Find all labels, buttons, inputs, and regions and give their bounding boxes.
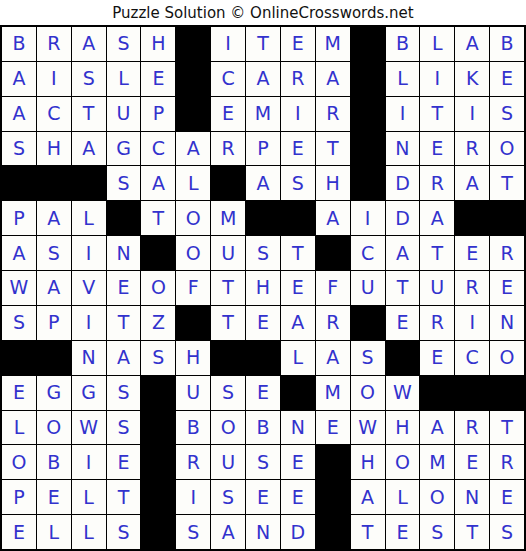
black-cell-r5-c2 xyxy=(37,166,71,200)
black-cell-r1-c6 xyxy=(176,27,210,61)
letter-cell-r1-c10: M xyxy=(316,27,350,61)
black-cell-r13-c10 xyxy=(316,445,350,479)
letter-cell-r14-c14: N xyxy=(455,480,489,514)
letter-cell-r13-c6: R xyxy=(176,445,210,479)
letter-cell-r3-c9: I xyxy=(281,97,315,131)
letter-cell-r1-c12: B xyxy=(386,27,420,61)
letter-cell-r14-c11: A xyxy=(351,480,385,514)
letter-cell-r4-c6: A xyxy=(176,132,210,166)
letter-cell-r3-c8: M xyxy=(246,97,280,131)
letter-cell-r13-c2: B xyxy=(37,445,71,479)
letter-cell-r3-c3: T xyxy=(72,97,106,131)
letter-cell-r8-c15: E xyxy=(490,271,524,305)
letter-cell-r11-c7: S xyxy=(211,376,245,410)
letter-cell-r7-c6: O xyxy=(176,236,210,270)
black-cell-r10-c12 xyxy=(386,341,420,375)
letter-cell-r3-c5: P xyxy=(141,97,175,131)
black-cell-r5-c7 xyxy=(211,166,245,200)
letter-cell-r7-c13: T xyxy=(420,236,454,270)
black-cell-r6-c8 xyxy=(246,201,280,235)
letter-cell-r4-c13: E xyxy=(420,132,454,166)
letter-cell-r3-c7: E xyxy=(211,97,245,131)
letter-cell-r1-c8: T xyxy=(246,27,280,61)
letter-cell-r2-c1: A xyxy=(2,62,36,96)
black-cell-r4-c11 xyxy=(351,132,385,166)
letter-cell-r15-c2: L xyxy=(37,515,71,549)
letter-cell-r8-c7: T xyxy=(211,271,245,305)
letter-cell-r2-c8: A xyxy=(246,62,280,96)
letter-cell-r10-c6: H xyxy=(176,341,210,375)
letter-cell-r5-c5: A xyxy=(141,166,175,200)
letter-cell-r12-c3: W xyxy=(72,411,106,445)
letter-cell-r7-c9: T xyxy=(281,236,315,270)
letter-cell-r7-c7: U xyxy=(211,236,245,270)
letter-cell-r15-c15: S xyxy=(490,515,524,549)
letter-cell-r9-c7: T xyxy=(211,306,245,340)
black-cell-r6-c9 xyxy=(281,201,315,235)
letter-cell-r9-c8: E xyxy=(246,306,280,340)
letter-cell-r5-c9: S xyxy=(281,166,315,200)
black-cell-r6-c15 xyxy=(490,201,524,235)
letter-cell-r14-c9: E xyxy=(281,480,315,514)
letter-cell-r4-c8: P xyxy=(246,132,280,166)
letter-cell-r2-c12: L xyxy=(386,62,420,96)
letter-cell-r11-c4: S xyxy=(107,376,141,410)
letter-cell-r10-c11: S xyxy=(351,341,385,375)
crossword-grid: BRASHITEMBLABAISLECARALIKEACTUPEMIRITISS… xyxy=(0,25,526,551)
black-cell-r10-c2 xyxy=(37,341,71,375)
letter-cell-r4-c5: C xyxy=(141,132,175,166)
letter-cell-r15-c6: S xyxy=(176,515,210,549)
letter-cell-r4-c15: O xyxy=(490,132,524,166)
letter-cell-r11-c6: U xyxy=(176,376,210,410)
letter-cell-r4-c2: H xyxy=(37,132,71,166)
letter-cell-r13-c4: E xyxy=(107,445,141,479)
letter-cell-r15-c3: L xyxy=(72,515,106,549)
letter-cell-r6-c6: O xyxy=(176,201,210,235)
letter-cell-r5-c8: A xyxy=(246,166,280,200)
letter-cell-r12-c13: A xyxy=(420,411,454,445)
letter-cell-r6-c7: M xyxy=(211,201,245,235)
letter-cell-r13-c11: H xyxy=(351,445,385,479)
black-cell-r7-c10 xyxy=(316,236,350,270)
letter-cell-r3-c10: R xyxy=(316,97,350,131)
letter-cell-r11-c10: M xyxy=(316,376,350,410)
black-cell-r2-c6 xyxy=(176,62,210,96)
letter-cell-r3-c15: S xyxy=(490,97,524,131)
black-cell-r1-c11 xyxy=(351,27,385,61)
letter-cell-r10-c10: A xyxy=(316,341,350,375)
letter-cell-r9-c13: R xyxy=(420,306,454,340)
letter-cell-r11-c1: E xyxy=(2,376,36,410)
letter-cell-r6-c1: P xyxy=(2,201,36,235)
letter-cell-r7-c1: A xyxy=(2,236,36,270)
letter-cell-r8-c10: F xyxy=(316,271,350,305)
letter-cell-r8-c12: T xyxy=(386,271,420,305)
letter-cell-r2-c5: E xyxy=(141,62,175,96)
letter-cell-r15-c9: D xyxy=(281,515,315,549)
letter-cell-r13-c14: E xyxy=(455,445,489,479)
letter-cell-r11-c3: G xyxy=(72,376,106,410)
letter-cell-r8-c2: A xyxy=(37,271,71,305)
letter-cell-r8-c5: O xyxy=(141,271,175,305)
letter-cell-r5-c10: H xyxy=(316,166,350,200)
black-cell-r12-c5 xyxy=(141,411,175,445)
letter-cell-r12-c6: B xyxy=(176,411,210,445)
letter-cell-r10-c13: E xyxy=(420,341,454,375)
letter-cell-r1-c5: H xyxy=(141,27,175,61)
letter-cell-r9-c12: E xyxy=(386,306,420,340)
letter-cell-r15-c12: E xyxy=(386,515,420,549)
letter-cell-r6-c3: L xyxy=(72,201,106,235)
letter-cell-r14-c2: E xyxy=(37,480,71,514)
letter-cell-r11-c8: E xyxy=(246,376,280,410)
letter-cell-r14-c3: L xyxy=(72,480,106,514)
letter-cell-r8-c1: W xyxy=(2,271,36,305)
letter-cell-r9-c10: R xyxy=(316,306,350,340)
letter-cell-r14-c12: L xyxy=(386,480,420,514)
letter-cell-r15-c4: S xyxy=(107,515,141,549)
letter-cell-r13-c9: E xyxy=(281,445,315,479)
letter-cell-r12-c9: N xyxy=(281,411,315,445)
letter-cell-r12-c14: R xyxy=(455,411,489,445)
black-cell-r11-c15 xyxy=(490,376,524,410)
black-cell-r9-c11 xyxy=(351,306,385,340)
letter-cell-r14-c13: O xyxy=(420,480,454,514)
letter-cell-r6-c11: I xyxy=(351,201,385,235)
black-cell-r9-c6 xyxy=(176,306,210,340)
letter-cell-r12-c1: L xyxy=(2,411,36,445)
letter-cell-r15-c8: N xyxy=(246,515,280,549)
letter-cell-r2-c14: K xyxy=(455,62,489,96)
letter-cell-r13-c12: O xyxy=(386,445,420,479)
letter-cell-r4-c1: S xyxy=(2,132,36,166)
letter-cell-r15-c7: A xyxy=(211,515,245,549)
letter-cell-r9-c5: Z xyxy=(141,306,175,340)
letter-cell-r8-c9: E xyxy=(281,271,315,305)
letter-cell-r13-c15: R xyxy=(490,445,524,479)
letter-cell-r14-c6: I xyxy=(176,480,210,514)
letter-cell-r10-c3: N xyxy=(72,341,106,375)
black-cell-r10-c1 xyxy=(2,341,36,375)
letter-cell-r12-c10: E xyxy=(316,411,350,445)
black-cell-r5-c1 xyxy=(2,166,36,200)
letter-cell-r2-c4: L xyxy=(107,62,141,96)
letter-cell-r10-c5: S xyxy=(141,341,175,375)
letter-cell-r13-c8: S xyxy=(246,445,280,479)
black-cell-r15-c5 xyxy=(141,515,175,549)
letter-cell-r8-c11: U xyxy=(351,271,385,305)
letter-cell-r13-c7: U xyxy=(211,445,245,479)
letter-cell-r5-c15: T xyxy=(490,166,524,200)
letter-cell-r4-c4: G xyxy=(107,132,141,166)
letter-cell-r9-c14: I xyxy=(455,306,489,340)
black-cell-r6-c14 xyxy=(455,201,489,235)
letter-cell-r9-c2: P xyxy=(37,306,71,340)
letter-cell-r1-c2: R xyxy=(37,27,71,61)
puzzle-solution-page: Puzzle Solution © OnlineCrosswords.net B… xyxy=(0,0,526,551)
letter-cell-r9-c1: S xyxy=(2,306,36,340)
letter-cell-r2-c3: S xyxy=(72,62,106,96)
letter-cell-r5-c4: S xyxy=(107,166,141,200)
letter-cell-r10-c15: O xyxy=(490,341,524,375)
letter-cell-r2-c13: I xyxy=(420,62,454,96)
letter-cell-r1-c3: A xyxy=(72,27,106,61)
letter-cell-r8-c3: V xyxy=(72,271,106,305)
black-cell-r2-c11 xyxy=(351,62,385,96)
letter-cell-r8-c6: F xyxy=(176,271,210,305)
letter-cell-r6-c5: T xyxy=(141,201,175,235)
letter-cell-r3-c1: A xyxy=(2,97,36,131)
letter-cell-r10-c4: A xyxy=(107,341,141,375)
letter-cell-r6-c12: D xyxy=(386,201,420,235)
letter-cell-r12-c8: B xyxy=(246,411,280,445)
letter-cell-r9-c4: T xyxy=(107,306,141,340)
letter-cell-r8-c13: U xyxy=(420,271,454,305)
letter-cell-r5-c6: L xyxy=(176,166,210,200)
letter-cell-r2-c2: I xyxy=(37,62,71,96)
letter-cell-r7-c3: I xyxy=(72,236,106,270)
letter-cell-r12-c12: H xyxy=(386,411,420,445)
page-title: Puzzle Solution © OnlineCrosswords.net xyxy=(0,0,526,25)
letter-cell-r12-c11: W xyxy=(351,411,385,445)
letter-cell-r11-c12: W xyxy=(386,376,420,410)
letter-cell-r12-c7: O xyxy=(211,411,245,445)
letter-cell-r13-c1: O xyxy=(2,445,36,479)
letter-cell-r14-c7: S xyxy=(211,480,245,514)
letter-cell-r8-c8: H xyxy=(246,271,280,305)
letter-cell-r3-c4: U xyxy=(107,97,141,131)
letter-cell-r9-c3: I xyxy=(72,306,106,340)
letter-cell-r4-c9: E xyxy=(281,132,315,166)
letter-cell-r6-c13: A xyxy=(420,201,454,235)
black-cell-r14-c5 xyxy=(141,480,175,514)
letter-cell-r7-c8: S xyxy=(246,236,280,270)
letter-cell-r1-c15: B xyxy=(490,27,524,61)
letter-cell-r14-c4: T xyxy=(107,480,141,514)
letter-cell-r12-c4: S xyxy=(107,411,141,445)
letter-cell-r1-c9: E xyxy=(281,27,315,61)
letter-cell-r1-c13: L xyxy=(420,27,454,61)
black-cell-r5-c3 xyxy=(72,166,106,200)
letter-cell-r6-c2: A xyxy=(37,201,71,235)
letter-cell-r2-c15: E xyxy=(490,62,524,96)
letter-cell-r6-c10: A xyxy=(316,201,350,235)
black-cell-r5-c11 xyxy=(351,166,385,200)
letter-cell-r15-c13: S xyxy=(420,515,454,549)
letter-cell-r12-c15: T xyxy=(490,411,524,445)
letter-cell-r11-c11: O xyxy=(351,376,385,410)
letter-cell-r1-c14: A xyxy=(455,27,489,61)
letter-cell-r5-c13: R xyxy=(420,166,454,200)
letter-cell-r7-c2: S xyxy=(37,236,71,270)
letter-cell-r14-c15: E xyxy=(490,480,524,514)
letter-cell-r3-c13: T xyxy=(420,97,454,131)
letter-cell-r3-c2: C xyxy=(37,97,71,131)
letter-cell-r10-c9: L xyxy=(281,341,315,375)
letter-cell-r4-c12: N xyxy=(386,132,420,166)
letter-cell-r7-c14: E xyxy=(455,236,489,270)
letter-cell-r4-c7: R xyxy=(211,132,245,166)
black-cell-r14-c10 xyxy=(316,480,350,514)
letter-cell-r1-c1: B xyxy=(2,27,36,61)
letter-cell-r5-c14: A xyxy=(455,166,489,200)
letter-cell-r10-c14: C xyxy=(455,341,489,375)
letter-cell-r7-c15: R xyxy=(490,236,524,270)
black-cell-r11-c14 xyxy=(455,376,489,410)
letter-cell-r3-c12: I xyxy=(386,97,420,131)
letter-cell-r14-c8: E xyxy=(246,480,280,514)
letter-cell-r2-c9: R xyxy=(281,62,315,96)
letter-cell-r15-c1: E xyxy=(2,515,36,549)
letter-cell-r12-c2: O xyxy=(37,411,71,445)
black-cell-r11-c9 xyxy=(281,376,315,410)
letter-cell-r4-c10: T xyxy=(316,132,350,166)
letter-cell-r1-c7: I xyxy=(211,27,245,61)
black-cell-r6-c4 xyxy=(107,201,141,235)
letter-cell-r1-c4: S xyxy=(107,27,141,61)
letter-cell-r9-c9: A xyxy=(281,306,315,340)
black-cell-r11-c13 xyxy=(420,376,454,410)
black-cell-r15-c10 xyxy=(316,515,350,549)
black-cell-r10-c8 xyxy=(246,341,280,375)
black-cell-r11-c5 xyxy=(141,376,175,410)
black-cell-r7-c5 xyxy=(141,236,175,270)
letter-cell-r2-c7: C xyxy=(211,62,245,96)
black-cell-r3-c11 xyxy=(351,97,385,131)
black-cell-r3-c6 xyxy=(176,97,210,131)
letter-cell-r15-c14: T xyxy=(455,515,489,549)
letter-cell-r14-c1: P xyxy=(2,480,36,514)
letter-cell-r4-c3: A xyxy=(72,132,106,166)
letter-cell-r8-c4: E xyxy=(107,271,141,305)
letter-cell-r2-c10: A xyxy=(316,62,350,96)
black-cell-r13-c5 xyxy=(141,445,175,479)
letter-cell-r5-c12: D xyxy=(386,166,420,200)
letter-cell-r13-c13: M xyxy=(420,445,454,479)
letter-cell-r15-c11: T xyxy=(351,515,385,549)
letter-cell-r9-c15: N xyxy=(490,306,524,340)
letter-cell-r7-c12: A xyxy=(386,236,420,270)
letter-cell-r3-c14: I xyxy=(455,97,489,131)
letter-cell-r7-c11: C xyxy=(351,236,385,270)
black-cell-r10-c7 xyxy=(211,341,245,375)
letter-cell-r11-c2: G xyxy=(37,376,71,410)
letter-cell-r13-c3: I xyxy=(72,445,106,479)
letter-cell-r8-c14: R xyxy=(455,271,489,305)
letter-cell-r4-c14: R xyxy=(455,132,489,166)
letter-cell-r7-c4: N xyxy=(107,236,141,270)
